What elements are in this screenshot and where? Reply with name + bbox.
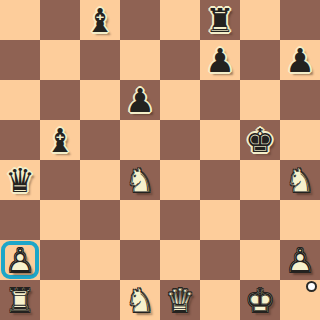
square-a6[interactable] — [0, 80, 40, 120]
piece-white-queen[interactable]: ♛♕ — [160, 280, 200, 320]
square-c8[interactable]: ♝ — [80, 0, 120, 40]
square-g6[interactable] — [240, 80, 280, 120]
square-e2[interactable] — [160, 240, 200, 280]
square-a3[interactable] — [0, 200, 40, 240]
black-pawn-glyph: ♟ — [280, 40, 320, 80]
white-knight-glyph-outline: ♘ — [120, 160, 160, 200]
square-g5[interactable]: ♚ — [240, 120, 280, 160]
square-d3[interactable] — [120, 200, 160, 240]
square-c1[interactable] — [80, 280, 120, 320]
piece-white-pawn[interactable]: ♟♙ — [280, 240, 320, 280]
square-f6[interactable] — [200, 80, 240, 120]
black-rook-glyph: ♜ — [200, 0, 240, 40]
square-d6[interactable]: ♟ — [120, 80, 160, 120]
square-d7[interactable] — [120, 40, 160, 80]
square-g1[interactable]: ♚♔ — [240, 280, 280, 320]
white-rook-glyph-outline: ♖ — [0, 280, 40, 320]
white-pawn-glyph-outline: ♙ — [280, 240, 320, 280]
square-f1[interactable] — [200, 280, 240, 320]
square-e6[interactable] — [160, 80, 200, 120]
piece-black-bishop[interactable]: ♝ — [40, 120, 80, 160]
square-f7[interactable]: ♟ — [200, 40, 240, 80]
piece-white-pawn[interactable]: ♟♙ — [0, 240, 40, 280]
white-king-glyph-outline: ♔ — [240, 280, 280, 320]
piece-white-knight[interactable]: ♞♘ — [120, 280, 160, 320]
piece-black-pawn[interactable]: ♟ — [280, 40, 320, 80]
square-h5[interactable] — [280, 120, 320, 160]
square-h4[interactable]: ♞♘ — [280, 160, 320, 200]
piece-black-queen[interactable]: ♛ — [0, 160, 40, 200]
black-bishop-glyph: ♝ — [80, 0, 120, 40]
white-to-move-indicator — [306, 281, 317, 292]
square-d5[interactable] — [120, 120, 160, 160]
piece-white-knight[interactable]: ♞♘ — [120, 160, 160, 200]
chess-app-window: ♝♜♟♟♟♝♚♛♞♘♞♘♟♙♟♙♜♖♞♘♛♕♚♔ — [0, 0, 320, 320]
square-b3[interactable] — [40, 200, 80, 240]
square-b5[interactable]: ♝ — [40, 120, 80, 160]
square-b7[interactable] — [40, 40, 80, 80]
square-c3[interactable] — [80, 200, 120, 240]
black-queen-glyph: ♛ — [0, 160, 40, 200]
square-g4[interactable] — [240, 160, 280, 200]
square-a8[interactable] — [0, 0, 40, 40]
square-e1[interactable]: ♛♕ — [160, 280, 200, 320]
piece-black-pawn[interactable]: ♟ — [200, 40, 240, 80]
square-c4[interactable] — [80, 160, 120, 200]
square-d4[interactable]: ♞♘ — [120, 160, 160, 200]
piece-black-king[interactable]: ♚ — [240, 120, 280, 160]
square-c6[interactable] — [80, 80, 120, 120]
square-c5[interactable] — [80, 120, 120, 160]
white-knight-glyph-outline: ♘ — [120, 280, 160, 320]
square-b4[interactable] — [40, 160, 80, 200]
square-d1[interactable]: ♞♘ — [120, 280, 160, 320]
square-c2[interactable] — [80, 240, 120, 280]
square-a2[interactable]: ♟♙ — [0, 240, 40, 280]
square-a4[interactable]: ♛ — [0, 160, 40, 200]
black-pawn-glyph: ♟ — [200, 40, 240, 80]
square-g7[interactable] — [240, 40, 280, 80]
square-h7[interactable]: ♟ — [280, 40, 320, 80]
square-g8[interactable] — [240, 0, 280, 40]
square-b1[interactable] — [40, 280, 80, 320]
piece-white-king[interactable]: ♚♔ — [240, 280, 280, 320]
square-e8[interactable] — [160, 0, 200, 40]
white-pawn-glyph-outline: ♙ — [0, 240, 40, 280]
black-bishop-glyph: ♝ — [40, 120, 80, 160]
square-h8[interactable] — [280, 0, 320, 40]
square-a1[interactable]: ♜♖ — [0, 280, 40, 320]
piece-white-knight[interactable]: ♞♘ — [280, 160, 320, 200]
square-e5[interactable] — [160, 120, 200, 160]
square-h2[interactable]: ♟♙ — [280, 240, 320, 280]
piece-black-bishop[interactable]: ♝ — [80, 0, 120, 40]
square-f8[interactable]: ♜ — [200, 0, 240, 40]
square-d2[interactable] — [120, 240, 160, 280]
square-b6[interactable] — [40, 80, 80, 120]
white-knight-glyph-outline: ♘ — [280, 160, 320, 200]
square-b8[interactable] — [40, 0, 80, 40]
square-g3[interactable] — [240, 200, 280, 240]
square-f2[interactable] — [200, 240, 240, 280]
square-e7[interactable] — [160, 40, 200, 80]
square-a5[interactable] — [0, 120, 40, 160]
square-e4[interactable] — [160, 160, 200, 200]
square-e3[interactable] — [160, 200, 200, 240]
square-f4[interactable] — [200, 160, 240, 200]
square-h6[interactable] — [280, 80, 320, 120]
chess-board[interactable]: ♝♜♟♟♟♝♚♛♞♘♞♘♟♙♟♙♜♖♞♘♛♕♚♔ — [0, 0, 320, 320]
square-h3[interactable] — [280, 200, 320, 240]
square-g2[interactable] — [240, 240, 280, 280]
square-f3[interactable] — [200, 200, 240, 240]
white-queen-glyph-outline: ♕ — [160, 280, 200, 320]
black-king-glyph: ♚ — [240, 120, 280, 160]
black-pawn-glyph: ♟ — [120, 80, 160, 120]
piece-black-pawn[interactable]: ♟ — [120, 80, 160, 120]
square-b2[interactable] — [40, 240, 80, 280]
square-f5[interactable] — [200, 120, 240, 160]
square-c7[interactable] — [80, 40, 120, 80]
piece-black-rook[interactable]: ♜ — [200, 0, 240, 40]
square-d8[interactable] — [120, 0, 160, 40]
square-a7[interactable] — [0, 40, 40, 80]
piece-white-rook[interactable]: ♜♖ — [0, 280, 40, 320]
